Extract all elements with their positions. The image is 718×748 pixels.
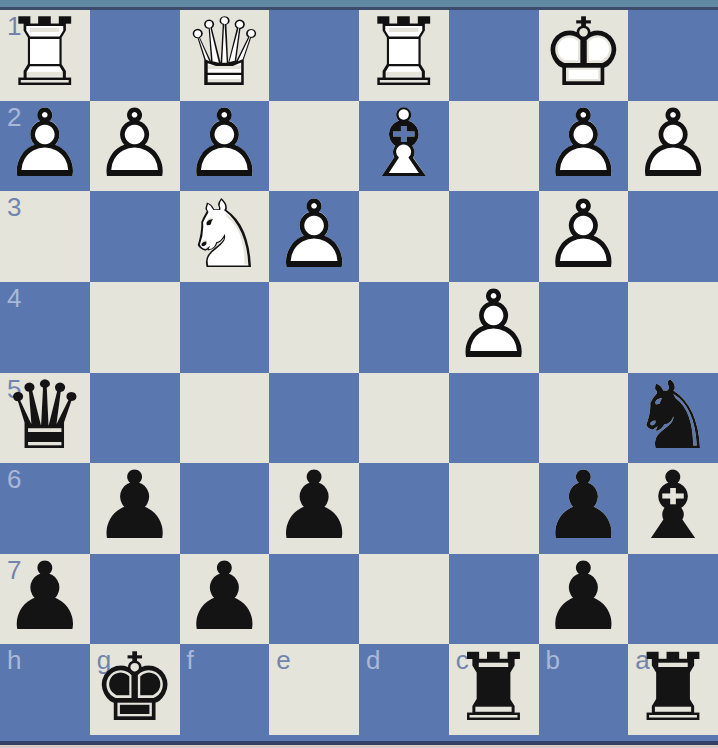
square-d3[interactable] (359, 191, 449, 282)
piece-black-king[interactable]: ♚♚ (90, 644, 180, 735)
square-g1[interactable] (90, 10, 180, 101)
piece-white-rook[interactable]: ♜♖ (0, 10, 90, 101)
piece-glyph: ♞ (631, 369, 715, 463)
square-c1[interactable] (449, 10, 539, 101)
square-e5[interactable] (269, 373, 359, 464)
square-e7[interactable] (269, 554, 359, 645)
piece-glyph: ♖ (362, 6, 446, 100)
piece-black-pawn[interactable]: ♟♟ (269, 463, 359, 554)
piece-black-knight[interactable]: ♞♞ (628, 373, 718, 464)
piece-white-bishop[interactable]: ♝♗ (359, 101, 449, 192)
piece-black-pawn[interactable]: ♟♟ (0, 554, 90, 645)
piece-black-pawn[interactable]: ♟♟ (90, 463, 180, 554)
square-g4[interactable] (90, 282, 180, 373)
piece-glyph: ♙ (631, 97, 715, 191)
piece-black-bishop[interactable]: ♝♝ (628, 463, 718, 554)
piece-black-queen[interactable]: ♛♛ (0, 373, 90, 464)
square-h7[interactable]: 7♟♟ (0, 554, 90, 645)
square-a1[interactable] (628, 10, 718, 101)
square-h8[interactable]: h (0, 644, 90, 735)
piece-glyph: ♟ (182, 550, 266, 644)
piece-white-pawn[interactable]: ♟♙ (449, 282, 539, 373)
chess-board: 1♜♖♛♕♜♖♚♔2♟♙♟♙♟♙♝♗♟♙♟♙3♞♘♟♙♟♙4♟♙5♛♛♞♞6♟♟… (0, 10, 718, 735)
piece-glyph: ♟ (541, 460, 625, 554)
square-h3[interactable]: 3 (0, 191, 90, 282)
piece-glyph: ♚ (92, 641, 176, 735)
piece-glyph: ♗ (362, 97, 446, 191)
square-g2[interactable]: ♟♙ (90, 101, 180, 192)
square-f8[interactable]: f (180, 644, 270, 735)
piece-glyph: ♜ (451, 641, 535, 735)
square-c5[interactable] (449, 373, 539, 464)
square-e6[interactable]: ♟♟ (269, 463, 359, 554)
piece-white-pawn[interactable]: ♟♙ (90, 101, 180, 192)
piece-glyph: ♛ (3, 369, 87, 463)
square-c8[interactable]: c♜♜ (449, 644, 539, 735)
square-a5[interactable]: ♞♞ (628, 373, 718, 464)
square-e2[interactable] (269, 101, 359, 192)
piece-glyph: ♙ (3, 97, 87, 191)
square-f6[interactable] (180, 463, 270, 554)
piece-black-pawn[interactable]: ♟♟ (539, 554, 629, 645)
piece-glyph: ♟ (541, 550, 625, 644)
square-c7[interactable] (449, 554, 539, 645)
piece-glyph: ♟ (272, 460, 356, 554)
square-f2[interactable]: ♟♙ (180, 101, 270, 192)
file-label-d: d (366, 646, 380, 674)
piece-glyph: ♙ (92, 97, 176, 191)
square-a6[interactable]: ♝♝ (628, 463, 718, 554)
square-d8[interactable]: d (359, 644, 449, 735)
square-a3[interactable] (628, 191, 718, 282)
piece-glyph: ♙ (541, 188, 625, 282)
piece-black-rook[interactable]: ♜♜ (449, 644, 539, 735)
square-e4[interactable] (269, 282, 359, 373)
piece-white-pawn[interactable]: ♟♙ (269, 191, 359, 282)
piece-glyph: ♔ (541, 6, 625, 100)
piece-black-pawn[interactable]: ♟♟ (539, 463, 629, 554)
piece-glyph: ♟ (3, 550, 87, 644)
rank-label-4: 4 (7, 284, 21, 312)
square-b6[interactable]: ♟♟ (539, 463, 629, 554)
chess-app-screen: 1♜♖♛♕♜♖♚♔2♟♙♟♙♟♙♝♗♟♙♟♙3♞♘♟♙♟♙4♟♙5♛♛♞♞6♟♟… (0, 0, 718, 748)
square-g7[interactable] (90, 554, 180, 645)
piece-white-king[interactable]: ♚♔ (539, 10, 629, 101)
piece-black-rook[interactable]: ♜♜ (628, 644, 718, 735)
piece-black-pawn[interactable]: ♟♟ (180, 554, 270, 645)
square-f1[interactable]: ♛♕ (180, 10, 270, 101)
square-h2[interactable]: 2♟♙ (0, 101, 90, 192)
square-g6[interactable]: ♟♟ (90, 463, 180, 554)
square-f7[interactable]: ♟♟ (180, 554, 270, 645)
square-b5[interactable] (539, 373, 629, 464)
piece-glyph: ♙ (541, 97, 625, 191)
square-h6[interactable]: 6 (0, 463, 90, 554)
square-b4[interactable] (539, 282, 629, 373)
piece-white-pawn[interactable]: ♟♙ (0, 101, 90, 192)
piece-white-rook[interactable]: ♜♖ (359, 10, 449, 101)
square-c2[interactable] (449, 101, 539, 192)
square-c6[interactable] (449, 463, 539, 554)
square-h4[interactable]: 4 (0, 282, 90, 373)
square-f3[interactable]: ♞♘ (180, 191, 270, 282)
piece-glyph: ♙ (182, 97, 266, 191)
piece-glyph: ♜ (631, 641, 715, 735)
piece-white-knight[interactable]: ♞♘ (180, 191, 270, 282)
piece-white-queen[interactable]: ♛♕ (180, 10, 270, 101)
square-a2[interactable]: ♟♙ (628, 101, 718, 192)
square-b8[interactable]: b (539, 644, 629, 735)
square-h1[interactable]: 1♜♖ (0, 10, 90, 101)
square-b3[interactable]: ♟♙ (539, 191, 629, 282)
square-a4[interactable] (628, 282, 718, 373)
square-b1[interactable]: ♚♔ (539, 10, 629, 101)
square-f4[interactable] (180, 282, 270, 373)
square-f5[interactable] (180, 373, 270, 464)
square-d7[interactable] (359, 554, 449, 645)
piece-glyph: ♝ (631, 460, 715, 554)
square-d6[interactable] (359, 463, 449, 554)
piece-white-pawn[interactable]: ♟♙ (628, 101, 718, 192)
piece-glyph: ♖ (3, 6, 87, 100)
piece-white-pawn[interactable]: ♟♙ (539, 191, 629, 282)
square-g3[interactable] (90, 191, 180, 282)
square-e1[interactable] (269, 10, 359, 101)
square-h5[interactable]: 5♛♛ (0, 373, 90, 464)
square-d5[interactable] (359, 373, 449, 464)
square-d2[interactable]: ♝♗ (359, 101, 449, 192)
square-c4[interactable]: ♟♙ (449, 282, 539, 373)
square-g5[interactable] (90, 373, 180, 464)
piece-glyph: ♙ (451, 278, 535, 372)
piece-glyph: ♟ (92, 460, 176, 554)
square-b2[interactable]: ♟♙ (539, 101, 629, 192)
square-c3[interactable] (449, 191, 539, 282)
piece-white-pawn[interactable]: ♟♙ (539, 101, 629, 192)
square-b7[interactable]: ♟♟ (539, 554, 629, 645)
square-a8[interactable]: a♜♜ (628, 644, 718, 735)
square-a7[interactable] (628, 554, 718, 645)
square-e3[interactable]: ♟♙ (269, 191, 359, 282)
piece-white-pawn[interactable]: ♟♙ (180, 101, 270, 192)
piece-glyph: ♕ (182, 6, 266, 100)
square-d4[interactable] (359, 282, 449, 373)
square-e8[interactable]: e (269, 644, 359, 735)
file-label-e: e (276, 646, 290, 674)
square-g8[interactable]: g♚♚ (90, 644, 180, 735)
piece-glyph: ♙ (272, 188, 356, 282)
piece-glyph: ♘ (182, 188, 266, 282)
square-d1[interactable]: ♜♖ (359, 10, 449, 101)
